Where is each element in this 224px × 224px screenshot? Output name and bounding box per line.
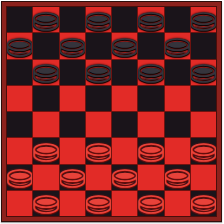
square-c7[interactable]: ⛂ [60, 33, 85, 58]
square-b1[interactable]: ⛂ [33, 191, 58, 216]
square-e8[interactable] [112, 7, 137, 32]
square-d6[interactable]: ⛂ [86, 60, 111, 85]
black-checker: ⛂ [86, 7, 111, 32]
square-a7[interactable]: ⛂ [7, 33, 32, 58]
square-h2[interactable] [191, 165, 216, 190]
red-checker: ⛂ [165, 165, 190, 190]
square-e4[interactable] [112, 112, 137, 137]
black-checker: ⛂ [60, 33, 85, 58]
black-checker: ⛂ [191, 60, 216, 85]
square-g1[interactable] [165, 191, 190, 216]
square-g4[interactable] [165, 112, 190, 137]
black-checker: ⛂ [165, 33, 190, 58]
red-checker: ⛂ [138, 138, 163, 163]
square-d4[interactable] [86, 112, 111, 137]
square-b4[interactable] [33, 112, 58, 137]
square-g5[interactable] [165, 86, 190, 111]
red-checker: ⛂ [112, 165, 137, 190]
square-e2[interactable]: ⛂ [112, 165, 137, 190]
checkers-board: ⛂⛂⛂⛂⛂⛂⛂⛂⛂⛂⛂⛂⛂⛂⛂⛂⛂⛂⛂⛂⛂⛂⛂⛂ [1, 1, 222, 222]
square-f5[interactable] [138, 86, 163, 111]
square-f3[interactable]: ⛂ [138, 138, 163, 163]
square-h1[interactable]: ⛂ [191, 191, 216, 216]
square-e5[interactable] [112, 86, 137, 111]
square-g2[interactable]: ⛂ [165, 165, 190, 190]
black-checker: ⛂ [86, 60, 111, 85]
square-d3[interactable]: ⛂ [86, 138, 111, 163]
square-d2[interactable] [86, 165, 111, 190]
square-b8[interactable]: ⛂ [33, 7, 58, 32]
square-g7[interactable]: ⛂ [165, 33, 190, 58]
red-checker: ⛂ [138, 191, 163, 216]
square-f7[interactable] [138, 33, 163, 58]
square-e7[interactable]: ⛂ [112, 33, 137, 58]
red-checker: ⛂ [60, 165, 85, 190]
square-b7[interactable] [33, 33, 58, 58]
square-e6[interactable] [112, 60, 137, 85]
black-checker: ⛂ [33, 7, 58, 32]
square-g3[interactable] [165, 138, 190, 163]
square-h6[interactable]: ⛂ [191, 60, 216, 85]
square-a6[interactable] [7, 60, 32, 85]
red-checker: ⛂ [191, 138, 216, 163]
square-g8[interactable] [165, 7, 190, 32]
square-b6[interactable]: ⛂ [33, 60, 58, 85]
square-a5[interactable] [7, 86, 32, 111]
square-c8[interactable] [60, 7, 85, 32]
square-h4[interactable] [191, 112, 216, 137]
square-g6[interactable] [165, 60, 190, 85]
red-checker: ⛂ [86, 191, 111, 216]
black-checker: ⛂ [112, 33, 137, 58]
square-c2[interactable]: ⛂ [60, 165, 85, 190]
square-e3[interactable] [112, 138, 137, 163]
square-d1[interactable]: ⛂ [86, 191, 111, 216]
square-h3[interactable]: ⛂ [191, 138, 216, 163]
square-h7[interactable] [191, 33, 216, 58]
square-a3[interactable] [7, 138, 32, 163]
square-f1[interactable]: ⛂ [138, 191, 163, 216]
square-f2[interactable] [138, 165, 163, 190]
square-a1[interactable] [7, 191, 32, 216]
square-b5[interactable] [33, 86, 58, 111]
black-checker: ⛂ [191, 7, 216, 32]
square-a4[interactable] [7, 112, 32, 137]
square-h8[interactable]: ⛂ [191, 7, 216, 32]
square-a2[interactable]: ⛂ [7, 165, 32, 190]
square-c6[interactable] [60, 60, 85, 85]
square-f4[interactable] [138, 112, 163, 137]
red-checker: ⛂ [33, 191, 58, 216]
red-checker: ⛂ [191, 191, 216, 216]
square-h5[interactable] [191, 86, 216, 111]
square-b2[interactable] [33, 165, 58, 190]
square-e1[interactable] [112, 191, 137, 216]
square-f6[interactable]: ⛂ [138, 60, 163, 85]
square-c3[interactable] [60, 138, 85, 163]
black-checker: ⛂ [7, 33, 32, 58]
square-c1[interactable] [60, 191, 85, 216]
black-checker: ⛂ [138, 7, 163, 32]
square-f8[interactable]: ⛂ [138, 7, 163, 32]
red-checker: ⛂ [7, 165, 32, 190]
square-d5[interactable] [86, 86, 111, 111]
square-b3[interactable]: ⛂ [33, 138, 58, 163]
square-d7[interactable] [86, 33, 111, 58]
square-d8[interactable]: ⛂ [86, 7, 111, 32]
board-grid: ⛂⛂⛂⛂⛂⛂⛂⛂⛂⛂⛂⛂⛂⛂⛂⛂⛂⛂⛂⛂⛂⛂⛂⛂ [6, 6, 217, 217]
square-c4[interactable] [60, 112, 85, 137]
red-checker: ⛂ [33, 138, 58, 163]
red-checker: ⛂ [86, 138, 111, 163]
black-checker: ⛂ [138, 60, 163, 85]
square-a8[interactable] [7, 7, 32, 32]
square-c5[interactable] [60, 86, 85, 111]
black-checker: ⛂ [33, 60, 58, 85]
